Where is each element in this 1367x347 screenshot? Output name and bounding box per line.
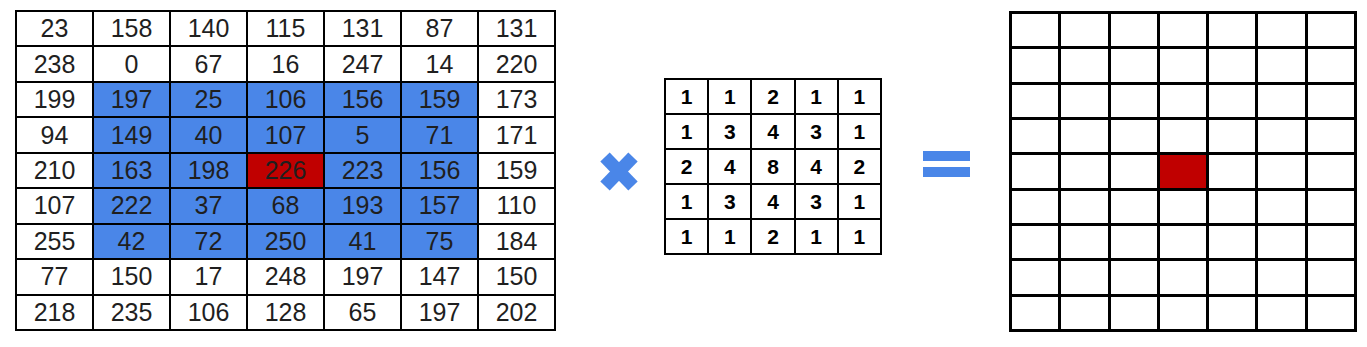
output-cell-r3c6 <box>1308 120 1354 152</box>
input-cell-r1c5: 14 <box>402 47 477 80</box>
input-cell-r6c4: 41 <box>325 225 400 258</box>
output-cell-r0c3 <box>1160 14 1206 46</box>
input-cell-r1c0: 238 <box>17 47 92 80</box>
kernel-cell-r1c4: 1 <box>839 115 880 148</box>
output-cell-r4c6 <box>1308 155 1354 187</box>
input-cell-r8c6: 202 <box>479 296 554 329</box>
kernel-cell-r2c0: 2 <box>666 150 707 183</box>
output-cell-r8c5 <box>1258 297 1304 329</box>
input-cell-r5c4: 193 <box>325 189 400 222</box>
output-cell-r2c3 <box>1160 85 1206 117</box>
output-cell-r2c5 <box>1258 85 1304 117</box>
input-cell-r7c2: 17 <box>171 260 246 293</box>
input-cell-r7c1: 150 <box>94 260 169 293</box>
output-cell-r1c2 <box>1111 49 1157 81</box>
input-cell-r6c2: 72 <box>171 225 246 258</box>
kernel-cell-r0c4: 1 <box>839 80 880 113</box>
input-cell-r4c2: 198 <box>171 154 246 187</box>
input-cell-r1c3: 16 <box>248 47 323 80</box>
output-cell-r1c4 <box>1209 49 1255 81</box>
kernel-cell-r4c0: 1 <box>666 220 707 253</box>
output-cell-r2c1 <box>1061 85 1107 117</box>
output-cell-r2c0 <box>1012 85 1058 117</box>
input-cell-r0c0: 23 <box>17 12 92 45</box>
kernel-cell-r1c3: 3 <box>796 115 837 148</box>
kernel-cell-r0c0: 1 <box>666 80 707 113</box>
input-cell-r1c2: 67 <box>171 47 246 80</box>
input-cell-r6c5: 75 <box>402 225 477 258</box>
input-cell-r8c5: 197 <box>402 296 477 329</box>
input-cell-r5c0: 107 <box>17 189 92 222</box>
output-cell-r4c2 <box>1111 155 1157 187</box>
output-cell-r6c6 <box>1308 226 1354 258</box>
input-cell-r6c1: 42 <box>94 225 169 258</box>
input-cell-r0c4: 131 <box>325 12 400 45</box>
input-cell-r3c1: 149 <box>94 118 169 151</box>
input-cell-r1c4: 247 <box>325 47 400 80</box>
input-cell-r7c4: 197 <box>325 260 400 293</box>
input-cell-r4c4: 223 <box>325 154 400 187</box>
input-cell-r5c5: 157 <box>402 189 477 222</box>
output-cell-r0c0 <box>1012 14 1058 46</box>
kernel-cell-r3c0: 1 <box>666 185 707 218</box>
input-cell-r3c3: 107 <box>248 118 323 151</box>
output-cell-r2c4 <box>1209 85 1255 117</box>
output-cell-r7c6 <box>1308 261 1354 293</box>
input-cell-r3c4: 5 <box>325 118 400 151</box>
output-cell-r3c1 <box>1061 120 1107 152</box>
kernel-cell-r0c2: 2 <box>752 80 793 113</box>
input-cell-r1c6: 220 <box>479 47 554 80</box>
input-cell-r0c1: 158 <box>94 12 169 45</box>
output-cell-r1c3 <box>1160 49 1206 81</box>
output-cell-r8c0 <box>1012 297 1058 329</box>
input-cell-r7c0: 77 <box>17 260 92 293</box>
output-cell-r1c5 <box>1258 49 1304 81</box>
output-cell-r6c4 <box>1209 226 1255 258</box>
output-cell-r4c0 <box>1012 155 1058 187</box>
input-cell-r3c6: 171 <box>479 118 554 151</box>
input-cell-r6c0: 255 <box>17 225 92 258</box>
kernel-cell-r1c0: 1 <box>666 115 707 148</box>
kernel-grid: 1121113431248421343111211 <box>664 78 882 255</box>
input-cell-r8c1: 235 <box>94 296 169 329</box>
input-cell-r5c6: 110 <box>479 189 554 222</box>
output-cell-r5c4 <box>1209 191 1255 223</box>
input-cell-r4c1: 163 <box>94 154 169 187</box>
output-cell-r3c3 <box>1160 120 1206 152</box>
kernel-cell-r1c2: 4 <box>752 115 793 148</box>
output-cell-r5c2 <box>1111 191 1157 223</box>
equals-bar-top <box>923 151 970 161</box>
output-cell-r8c4 <box>1209 297 1255 329</box>
input-cell-r2c2: 25 <box>171 83 246 116</box>
output-cell-r5c1 <box>1061 191 1107 223</box>
input-cell-r5c3: 68 <box>248 189 323 222</box>
output-cell-r8c6 <box>1308 297 1354 329</box>
output-cell-r7c2 <box>1111 261 1157 293</box>
output-cell-r7c5 <box>1258 261 1304 293</box>
output-cell-r3c4 <box>1209 120 1255 152</box>
kernel-cell-r4c4: 1 <box>839 220 880 253</box>
equals-bar-bottom <box>923 167 970 177</box>
input-cell-r5c2: 37 <box>171 189 246 222</box>
output-cell-r5c3 <box>1160 191 1206 223</box>
input-cell-r4c3: 226 <box>248 154 323 187</box>
output-cell-r6c1 <box>1061 226 1107 258</box>
kernel-cell-r0c3: 1 <box>796 80 837 113</box>
input-cell-r7c5: 147 <box>402 260 477 293</box>
kernel-cell-r4c1: 1 <box>709 220 750 253</box>
input-cell-r2c0: 199 <box>17 83 92 116</box>
input-cell-r6c6: 184 <box>479 225 554 258</box>
output-cell-r0c1 <box>1061 14 1107 46</box>
input-cell-r6c3: 250 <box>248 225 323 258</box>
kernel-cell-r3c1: 3 <box>709 185 750 218</box>
input-cell-r4c5: 156 <box>402 154 477 187</box>
multiply-icon <box>599 150 639 193</box>
input-cell-r2c4: 156 <box>325 83 400 116</box>
output-cell-r1c1 <box>1061 49 1107 81</box>
output-cell-r0c2 <box>1111 14 1157 46</box>
input-cell-r3c2: 40 <box>171 118 246 151</box>
output-cell-r4c5 <box>1258 155 1304 187</box>
kernel-cell-r2c1: 4 <box>709 150 750 183</box>
input-cell-r4c6: 159 <box>479 154 554 187</box>
kernel-cell-r2c3: 4 <box>796 150 837 183</box>
input-cell-r8c0: 218 <box>17 296 92 329</box>
kernel-cell-r2c4: 2 <box>839 150 880 183</box>
output-cell-r3c2 <box>1111 120 1157 152</box>
input-cell-r2c5: 159 <box>402 83 477 116</box>
output-cell-r4c4 <box>1209 155 1255 187</box>
output-cell-r6c2 <box>1111 226 1157 258</box>
kernel-cell-r4c2: 2 <box>752 220 793 253</box>
input-image-grid: 2315814011513187131238067162471422019919… <box>15 10 556 331</box>
input-cell-r2c1: 197 <box>94 83 169 116</box>
output-cell-r1c6 <box>1308 49 1354 81</box>
output-cell-r0c4 <box>1209 14 1255 46</box>
output-cell-r6c5 <box>1258 226 1304 258</box>
input-cell-r0c6: 131 <box>479 12 554 45</box>
input-cell-r8c3: 128 <box>248 296 323 329</box>
output-cell-r7c1 <box>1061 261 1107 293</box>
input-cell-r8c2: 106 <box>171 296 246 329</box>
input-cell-r2c6: 173 <box>479 83 554 116</box>
output-cell-r2c6 <box>1308 85 1354 117</box>
kernel-cell-r3c2: 4 <box>752 185 793 218</box>
input-cell-r0c5: 87 <box>402 12 477 45</box>
input-cell-r2c3: 106 <box>248 83 323 116</box>
input-cell-r0c2: 140 <box>171 12 246 45</box>
kernel-cell-r4c3: 1 <box>796 220 837 253</box>
input-cell-r5c1: 222 <box>94 189 169 222</box>
input-cell-r8c4: 65 <box>325 296 400 329</box>
output-cell-r5c0 <box>1012 191 1058 223</box>
output-cell-r2c2 <box>1111 85 1157 117</box>
kernel-cell-r1c1: 3 <box>709 115 750 148</box>
output-cell-r4c3 <box>1160 155 1206 187</box>
input-cell-r1c1: 0 <box>94 47 169 80</box>
output-cell-r7c3 <box>1160 261 1206 293</box>
output-cell-r3c0 <box>1012 120 1058 152</box>
output-cell-r0c6 <box>1308 14 1354 46</box>
equals-icon <box>923 151 970 177</box>
kernel-cell-r2c2: 8 <box>752 150 793 183</box>
output-image-grid <box>1009 11 1357 332</box>
output-cell-r5c6 <box>1308 191 1354 223</box>
input-cell-r0c3: 115 <box>248 12 323 45</box>
input-cell-r4c0: 210 <box>17 154 92 187</box>
output-cell-r7c0 <box>1012 261 1058 293</box>
output-cell-r8c2 <box>1111 297 1157 329</box>
input-cell-r3c0: 94 <box>17 118 92 151</box>
output-cell-r1c0 <box>1012 49 1058 81</box>
input-cell-r7c3: 248 <box>248 260 323 293</box>
output-cell-r6c3 <box>1160 226 1206 258</box>
output-cell-r5c5 <box>1258 191 1304 223</box>
output-cell-r6c0 <box>1012 226 1058 258</box>
output-cell-r0c5 <box>1258 14 1304 46</box>
kernel-cell-r3c4: 1 <box>839 185 880 218</box>
output-cell-r7c4 <box>1209 261 1255 293</box>
input-cell-r7c6: 150 <box>479 260 554 293</box>
output-cell-r8c1 <box>1061 297 1107 329</box>
output-cell-r3c5 <box>1258 120 1304 152</box>
kernel-cell-r0c1: 1 <box>709 80 750 113</box>
kernel-cell-r3c3: 3 <box>796 185 837 218</box>
output-cell-r4c1 <box>1061 155 1107 187</box>
input-cell-r3c5: 71 <box>402 118 477 151</box>
output-cell-r8c3 <box>1160 297 1206 329</box>
